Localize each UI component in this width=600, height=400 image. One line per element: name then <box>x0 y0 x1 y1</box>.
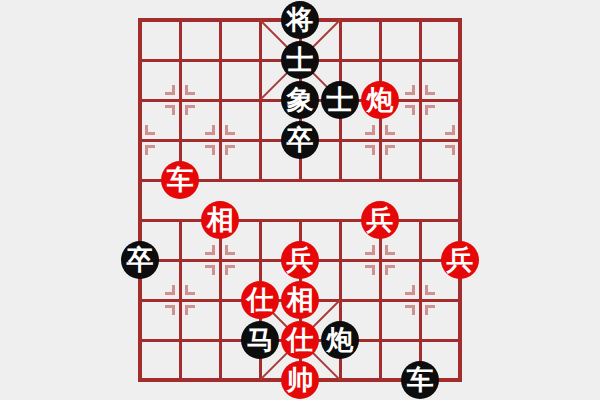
point-marker-bracket <box>165 85 175 95</box>
point-marker-bracket <box>365 265 375 275</box>
point-marker-bracket <box>445 125 455 135</box>
point-marker-bracket <box>185 85 195 95</box>
piece-black-chariot[interactable]: 车 <box>401 361 439 399</box>
point-marker-bracket <box>425 305 435 315</box>
point-marker-bracket <box>365 125 375 135</box>
piece-black-advisor[interactable]: 士 <box>321 81 359 119</box>
point-marker-bracket <box>185 305 195 315</box>
point-marker-bracket <box>205 265 215 275</box>
piece-red-advisor[interactable]: 仕 <box>241 281 279 319</box>
point-marker-bracket <box>365 245 375 255</box>
grid-vline <box>138 18 142 382</box>
point-marker-bracket <box>225 245 235 255</box>
grid-vline <box>419 19 422 181</box>
point-marker-bracket <box>405 305 415 315</box>
grid-vline <box>219 219 222 381</box>
point-marker-bracket <box>165 105 175 115</box>
point-marker-bracket <box>445 145 455 155</box>
grid-vline <box>179 19 182 181</box>
piece-black-advisor[interactable]: 士 <box>281 41 319 79</box>
point-marker-bracket <box>225 265 235 275</box>
point-marker-bracket <box>405 85 415 95</box>
point-marker-bracket <box>165 305 175 315</box>
point-marker-bracket <box>385 145 395 155</box>
point-marker-bracket <box>165 285 175 295</box>
point-marker-bracket <box>205 145 215 155</box>
xiangqi-board[interactable]: 将士象士炮卒车相兵卒兵兵仕相马仕炮帅车 <box>140 20 460 380</box>
piece-red-elephant[interactable]: 相 <box>201 201 239 239</box>
piece-red-advisor[interactable]: 仕 <box>281 321 319 359</box>
grid-vline <box>379 219 382 381</box>
point-marker-bracket <box>145 125 155 135</box>
point-marker-bracket <box>205 245 215 255</box>
point-marker-bracket <box>185 285 195 295</box>
app-background: 将士象士炮卒车相兵卒兵兵仕相马仕炮帅车 <box>0 0 600 400</box>
piece-black-cannon[interactable]: 炮 <box>321 321 359 359</box>
point-marker-bracket <box>385 245 395 255</box>
piece-red-soldier[interactable]: 兵 <box>281 241 319 279</box>
piece-black-horse[interactable]: 马 <box>241 321 279 359</box>
grid-vline <box>458 18 462 382</box>
grid-vline <box>179 219 182 381</box>
point-marker-bracket <box>425 85 435 95</box>
piece-red-general[interactable]: 帅 <box>281 361 319 399</box>
piece-red-soldier[interactable]: 兵 <box>361 201 399 239</box>
point-marker-bracket <box>405 285 415 295</box>
piece-red-elephant[interactable]: 相 <box>281 281 319 319</box>
point-marker-bracket <box>405 105 415 115</box>
point-marker-bracket <box>185 105 195 115</box>
piece-red-chariot[interactable]: 车 <box>161 161 199 199</box>
piece-black-general[interactable]: 将 <box>281 1 319 39</box>
point-marker-bracket <box>385 265 395 275</box>
point-marker-bracket <box>205 125 215 135</box>
point-marker-bracket <box>425 105 435 115</box>
pieces-layer: 将士象士炮卒车相兵卒兵兵仕相马仕炮帅车 <box>140 20 460 380</box>
point-marker-bracket <box>225 145 235 155</box>
piece-red-soldier[interactable]: 兵 <box>441 241 479 279</box>
piece-black-elephant[interactable]: 象 <box>281 81 319 119</box>
piece-red-cannon[interactable]: 炮 <box>361 81 399 119</box>
point-marker-bracket <box>425 285 435 295</box>
point-marker-bracket <box>385 125 395 135</box>
grid-vline <box>419 219 422 381</box>
point-marker-bracket <box>145 145 155 155</box>
piece-black-soldier[interactable]: 卒 <box>281 121 319 159</box>
point-marker-bracket <box>225 125 235 135</box>
grid-vline <box>219 19 222 181</box>
piece-black-soldier[interactable]: 卒 <box>121 241 159 279</box>
point-marker-bracket <box>365 145 375 155</box>
